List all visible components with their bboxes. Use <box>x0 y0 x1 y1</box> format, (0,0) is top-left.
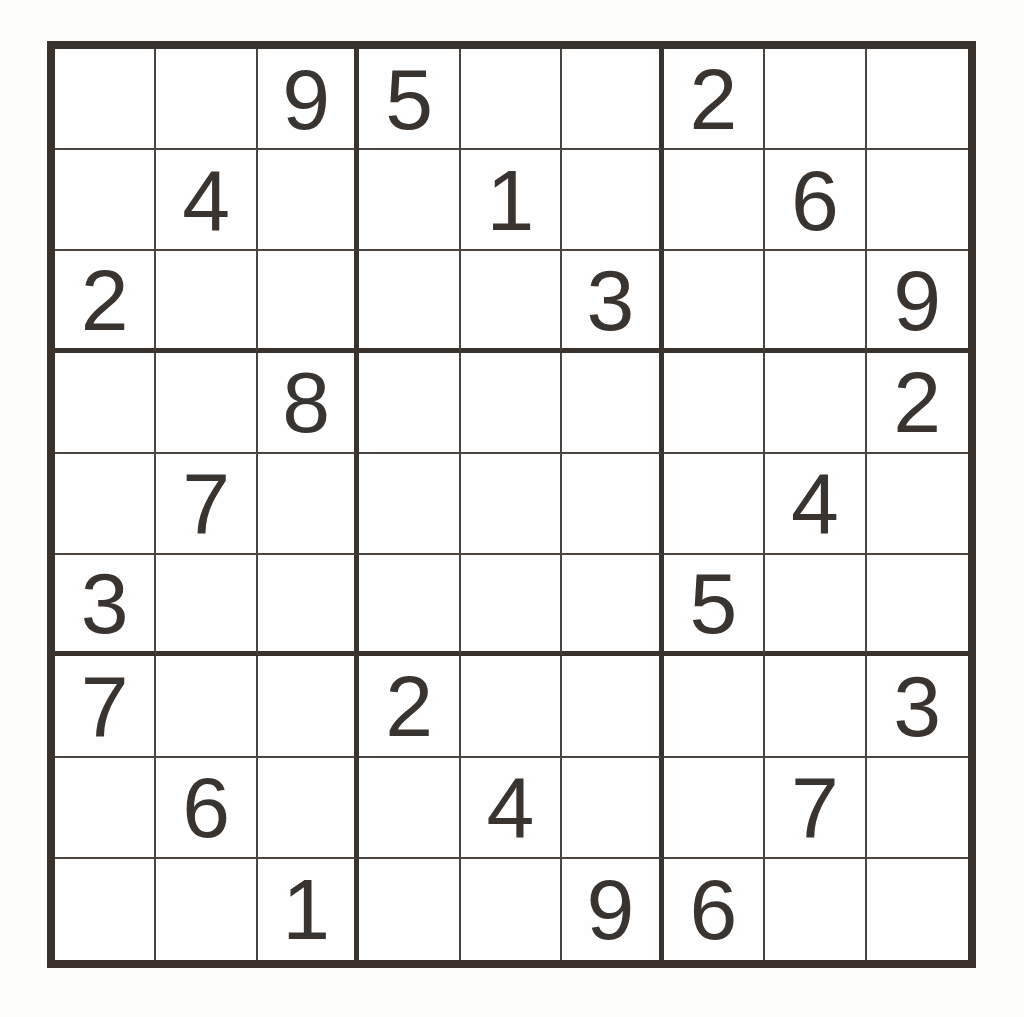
sudoku-cell-r5c5[interactable] <box>461 454 562 555</box>
sudoku-cell-r8c4[interactable] <box>359 758 460 859</box>
sudoku-cell-r8c2: 6 <box>156 758 257 859</box>
sudoku-cell-r8c7[interactable] <box>664 758 765 859</box>
sudoku-cell-r7c7[interactable] <box>664 656 765 757</box>
sudoku-cell-r3c6: 3 <box>562 251 663 352</box>
sudoku-cell-r3c4[interactable] <box>359 251 460 352</box>
sudoku-cell-r2c9[interactable] <box>867 150 968 251</box>
sudoku-cell-r6c5[interactable] <box>461 555 562 656</box>
sudoku-cell-r8c6[interactable] <box>562 758 663 859</box>
sudoku-cell-r8c9[interactable] <box>867 758 968 859</box>
sudoku-cell-r8c3[interactable] <box>258 758 359 859</box>
sudoku-cell-r3c8[interactable] <box>765 251 866 352</box>
sudoku-cell-r3c7[interactable] <box>664 251 765 352</box>
sudoku-cell-r1c7: 2 <box>664 49 765 150</box>
sudoku-cell-r4c4[interactable] <box>359 353 460 454</box>
sudoku-cell-r7c9: 3 <box>867 656 968 757</box>
sudoku-cell-r9c2[interactable] <box>156 859 257 960</box>
sudoku-cell-r9c4[interactable] <box>359 859 460 960</box>
sudoku-cell-r1c1[interactable] <box>55 49 156 150</box>
sudoku-cell-r6c9[interactable] <box>867 555 968 656</box>
sudoku-cell-r2c4[interactable] <box>359 150 460 251</box>
sudoku-cell-r9c8[interactable] <box>765 859 866 960</box>
sudoku-cell-r2c3[interactable] <box>258 150 359 251</box>
sudoku-cell-r2c8: 6 <box>765 150 866 251</box>
sudoku-cell-r7c5[interactable] <box>461 656 562 757</box>
sudoku-cell-r4c9: 2 <box>867 353 968 454</box>
sudoku-cell-r8c8: 7 <box>765 758 866 859</box>
sudoku-cell-r8c5: 4 <box>461 758 562 859</box>
sudoku-cell-r9c7: 6 <box>664 859 765 960</box>
sudoku-cell-r1c4: 5 <box>359 49 460 150</box>
sudoku-cell-r1c8[interactable] <box>765 49 866 150</box>
sudoku-cell-r8c1[interactable] <box>55 758 156 859</box>
sudoku-cell-r7c8[interactable] <box>765 656 866 757</box>
sudoku-cell-r6c4[interactable] <box>359 555 460 656</box>
sudoku-cell-r2c2: 4 <box>156 150 257 251</box>
sudoku-cell-r9c9[interactable] <box>867 859 968 960</box>
sudoku-cell-r4c1[interactable] <box>55 353 156 454</box>
sudoku-board: 952416239827435723647196 <box>47 41 976 968</box>
sudoku-cell-r9c3: 1 <box>258 859 359 960</box>
sudoku-cell-r2c7[interactable] <box>664 150 765 251</box>
sudoku-cell-r4c2[interactable] <box>156 353 257 454</box>
sudoku-cell-r4c7[interactable] <box>664 353 765 454</box>
sudoku-cell-r6c8[interactable] <box>765 555 866 656</box>
sudoku-cell-r6c2[interactable] <box>156 555 257 656</box>
sudoku-cell-r5c1[interactable] <box>55 454 156 555</box>
sudoku-cell-r7c1: 7 <box>55 656 156 757</box>
sudoku-cell-r2c6[interactable] <box>562 150 663 251</box>
sudoku-cell-r4c3: 8 <box>258 353 359 454</box>
sudoku-cell-r1c5[interactable] <box>461 49 562 150</box>
sudoku-cell-r2c5: 1 <box>461 150 562 251</box>
sudoku-cell-r2c1[interactable] <box>55 150 156 251</box>
sudoku-cell-r5c8: 4 <box>765 454 866 555</box>
sudoku-cell-r9c1[interactable] <box>55 859 156 960</box>
sudoku-cell-r3c1: 2 <box>55 251 156 352</box>
sudoku-cell-r5c3[interactable] <box>258 454 359 555</box>
sudoku-cell-r7c6[interactable] <box>562 656 663 757</box>
sudoku-cell-r1c9[interactable] <box>867 49 968 150</box>
sudoku-cell-r1c3: 9 <box>258 49 359 150</box>
sudoku-cell-r6c7: 5 <box>664 555 765 656</box>
sudoku-cell-r6c1: 3 <box>55 555 156 656</box>
sudoku-cell-r4c8[interactable] <box>765 353 866 454</box>
sudoku-cell-r3c2[interactable] <box>156 251 257 352</box>
sudoku-cell-r6c3[interactable] <box>258 555 359 656</box>
sudoku-cell-r1c2[interactable] <box>156 49 257 150</box>
sudoku-cell-r3c3[interactable] <box>258 251 359 352</box>
sudoku-cell-r5c6[interactable] <box>562 454 663 555</box>
sudoku-cell-r1c6[interactable] <box>562 49 663 150</box>
sudoku-cell-r4c5[interactable] <box>461 353 562 454</box>
sudoku-cell-r5c7[interactable] <box>664 454 765 555</box>
sudoku-cell-r7c4: 2 <box>359 656 460 757</box>
sudoku-cell-r3c9: 9 <box>867 251 968 352</box>
sudoku-cell-r5c4[interactable] <box>359 454 460 555</box>
sudoku-cell-r6c6[interactable] <box>562 555 663 656</box>
sudoku-cell-r5c2: 7 <box>156 454 257 555</box>
sudoku-cell-r7c3[interactable] <box>258 656 359 757</box>
sudoku-cell-r9c6: 9 <box>562 859 663 960</box>
sudoku-cell-r3c5[interactable] <box>461 251 562 352</box>
sudoku-cell-r5c9[interactable] <box>867 454 968 555</box>
sudoku-cell-r7c2[interactable] <box>156 656 257 757</box>
sudoku-cell-r9c5[interactable] <box>461 859 562 960</box>
sudoku-cell-r4c6[interactable] <box>562 353 663 454</box>
